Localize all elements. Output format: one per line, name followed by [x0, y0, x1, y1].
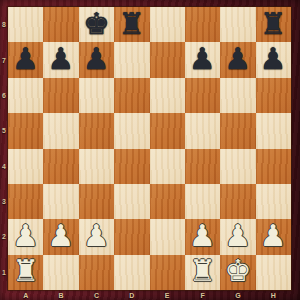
rank-label-4: 4 [0, 149, 8, 184]
square-f1[interactable]: ♜ [185, 255, 220, 290]
square-h2[interactable]: ♟ [256, 219, 291, 254]
piece-black-pawn-c7[interactable]: ♟ [83, 44, 110, 74]
square-h3[interactable] [256, 184, 291, 219]
square-c8[interactable]: ♚ [79, 7, 114, 42]
square-c6[interactable] [79, 78, 114, 113]
piece-white-pawn-b2[interactable]: ♟ [48, 221, 75, 251]
square-f5[interactable] [185, 113, 220, 148]
square-h7[interactable]: ♟ [256, 42, 291, 77]
square-b6[interactable] [43, 78, 78, 113]
rank-label-8: 8 [0, 7, 8, 42]
square-f6[interactable] [185, 78, 220, 113]
square-d4[interactable] [114, 149, 149, 184]
square-e6[interactable] [150, 78, 185, 113]
square-a1[interactable]: ♜ [8, 255, 43, 290]
piece-white-rook-f1[interactable]: ♜ [189, 256, 216, 286]
square-h6[interactable] [256, 78, 291, 113]
square-b3[interactable] [43, 184, 78, 219]
square-c3[interactable] [79, 184, 114, 219]
square-d2[interactable] [114, 219, 149, 254]
rank-label-5: 5 [0, 113, 8, 148]
square-b8[interactable] [43, 7, 78, 42]
square-g3[interactable] [220, 184, 255, 219]
chess-board-frame: 87654321 ABCDEFGH ♚♜♜♟♟♟♟♟♟♟♟♟♟♟♟♜♜♚ [0, 0, 300, 300]
square-f7[interactable]: ♟ [185, 42, 220, 77]
square-b5[interactable] [43, 113, 78, 148]
piece-black-pawn-g7[interactable]: ♟ [224, 44, 251, 74]
square-f3[interactable] [185, 184, 220, 219]
square-b4[interactable] [43, 149, 78, 184]
square-c1[interactable] [79, 255, 114, 290]
piece-black-pawn-a7[interactable]: ♟ [12, 44, 39, 74]
square-f8[interactable] [185, 7, 220, 42]
square-a3[interactable] [8, 184, 43, 219]
piece-white-pawn-g2[interactable]: ♟ [224, 221, 251, 251]
file-label-h: H [256, 290, 291, 300]
square-e2[interactable] [150, 219, 185, 254]
square-d3[interactable] [114, 184, 149, 219]
square-g2[interactable]: ♟ [220, 219, 255, 254]
square-c5[interactable] [79, 113, 114, 148]
piece-white-rook-a1[interactable]: ♜ [12, 256, 39, 286]
piece-black-king-c8[interactable]: ♚ [83, 9, 110, 39]
square-c2[interactable]: ♟ [79, 219, 114, 254]
square-b1[interactable] [43, 255, 78, 290]
rank-label-7: 7 [0, 42, 8, 77]
piece-black-pawn-f7[interactable]: ♟ [189, 44, 216, 74]
square-b2[interactable]: ♟ [43, 219, 78, 254]
square-d6[interactable] [114, 78, 149, 113]
square-g6[interactable] [220, 78, 255, 113]
rank-label-1: 1 [0, 255, 8, 290]
square-a2[interactable]: ♟ [8, 219, 43, 254]
square-h8[interactable]: ♜ [256, 7, 291, 42]
piece-black-rook-d8[interactable]: ♜ [118, 9, 145, 39]
piece-white-pawn-h2[interactable]: ♟ [260, 221, 287, 251]
square-g4[interactable] [220, 149, 255, 184]
square-e5[interactable] [150, 113, 185, 148]
square-h4[interactable] [256, 149, 291, 184]
square-g1[interactable]: ♚ [220, 255, 255, 290]
piece-black-pawn-h7[interactable]: ♟ [260, 44, 287, 74]
piece-white-king-g1[interactable]: ♚ [224, 256, 251, 286]
square-b7[interactable]: ♟ [43, 42, 78, 77]
square-h5[interactable] [256, 113, 291, 148]
file-labels: ABCDEFGH [8, 290, 291, 300]
square-e4[interactable] [150, 149, 185, 184]
square-e3[interactable] [150, 184, 185, 219]
piece-white-pawn-a2[interactable]: ♟ [12, 221, 39, 251]
square-c7[interactable]: ♟ [79, 42, 114, 77]
square-d7[interactable] [114, 42, 149, 77]
rank-label-6: 6 [0, 78, 8, 113]
piece-black-rook-h8[interactable]: ♜ [260, 9, 287, 39]
file-label-a: A [8, 290, 43, 300]
rank-label-3: 3 [0, 184, 8, 219]
square-g8[interactable] [220, 7, 255, 42]
square-e8[interactable] [150, 7, 185, 42]
piece-white-pawn-c2[interactable]: ♟ [83, 221, 110, 251]
file-label-f: F [185, 290, 220, 300]
piece-white-pawn-f2[interactable]: ♟ [189, 221, 216, 251]
file-label-b: B [43, 290, 78, 300]
file-label-d: D [114, 290, 149, 300]
square-e7[interactable] [150, 42, 185, 77]
square-g7[interactable]: ♟ [220, 42, 255, 77]
square-a4[interactable] [8, 149, 43, 184]
square-f2[interactable]: ♟ [185, 219, 220, 254]
square-c4[interactable] [79, 149, 114, 184]
file-label-c: C [79, 290, 114, 300]
square-f4[interactable] [185, 149, 220, 184]
chess-board: ♚♜♜♟♟♟♟♟♟♟♟♟♟♟♟♜♜♚ [8, 7, 291, 290]
square-d8[interactable]: ♜ [114, 7, 149, 42]
square-a6[interactable] [8, 78, 43, 113]
square-e1[interactable] [150, 255, 185, 290]
square-d5[interactable] [114, 113, 149, 148]
square-a5[interactable] [8, 113, 43, 148]
square-a7[interactable]: ♟ [8, 42, 43, 77]
rank-label-2: 2 [0, 219, 8, 254]
file-label-g: G [220, 290, 255, 300]
square-d1[interactable] [114, 255, 149, 290]
square-g5[interactable] [220, 113, 255, 148]
piece-black-pawn-b7[interactable]: ♟ [48, 44, 75, 74]
file-label-e: E [150, 290, 185, 300]
square-h1[interactable] [256, 255, 291, 290]
rank-labels: 87654321 [0, 7, 8, 290]
square-a8[interactable] [8, 7, 43, 42]
